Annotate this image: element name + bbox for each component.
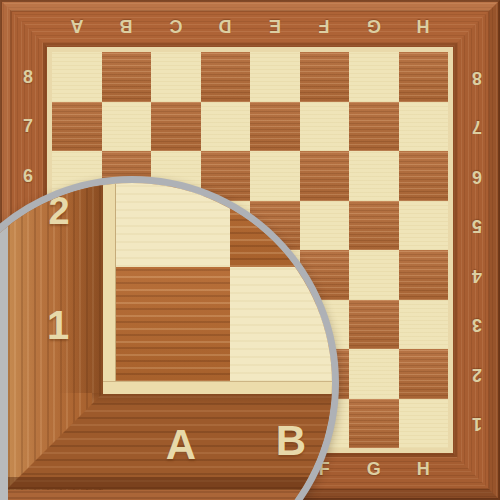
square-b7 — [102, 102, 152, 152]
rank-label-right-5: 5 — [472, 215, 482, 236]
inset-inlay-horizontal — [103, 381, 332, 394]
photo-background — [0, 183, 8, 500]
square-f5 — [300, 201, 350, 251]
square-e7 — [250, 102, 300, 152]
inset-inlay-vertical — [103, 183, 116, 393]
rank-label-left-6: 6 — [23, 165, 33, 186]
square-g4 — [349, 250, 399, 300]
square-h6 — [399, 151, 449, 201]
square-h7 — [399, 102, 449, 152]
square-f6 — [300, 151, 350, 201]
inset-rank-label-2: 2 — [48, 190, 69, 233]
square-g8 — [349, 52, 399, 102]
square-c8 — [151, 52, 201, 102]
square-g7 — [349, 102, 399, 152]
rank-label-right-8: 8 — [472, 66, 482, 87]
inset-board-edge-shadow — [8, 477, 332, 490]
square-g3 — [349, 300, 399, 350]
inset-file-label-a: A — [166, 421, 196, 469]
square-f8 — [300, 52, 350, 102]
square-b8 — [102, 52, 152, 102]
inset-file-label-b: B — [276, 417, 306, 465]
file-label-top-f: F — [319, 15, 330, 36]
inset-board-side-face — [8, 490, 332, 500]
file-label-top-a: A — [70, 15, 83, 36]
square-a7 — [52, 102, 102, 152]
inset-rank-label-1: 1 — [47, 303, 69, 348]
square-e8 — [250, 52, 300, 102]
rank-label-left-8: 8 — [23, 66, 33, 87]
square-e6 — [250, 151, 300, 201]
square-g5 — [349, 201, 399, 251]
square-h5 — [399, 201, 449, 251]
square-f7 — [300, 102, 350, 152]
rank-label-right-4: 4 — [472, 264, 482, 285]
file-label-top-b: B — [120, 15, 133, 36]
square-g2 — [349, 349, 399, 399]
square-h2 — [399, 349, 449, 399]
rank-label-right-6: 6 — [472, 165, 482, 186]
square-d7 — [201, 102, 251, 152]
inset-groove-horizontal — [92, 393, 332, 404]
file-label-bottom-g: G — [367, 459, 381, 480]
square-d8 — [201, 52, 251, 102]
square-h8 — [399, 52, 449, 102]
square-a8 — [52, 52, 102, 102]
square-h1 — [399, 399, 449, 449]
square-h3 — [399, 300, 449, 350]
inset-square-a1 — [115, 267, 230, 382]
file-label-top-h: H — [417, 15, 430, 36]
square-h4 — [399, 250, 449, 300]
rank-label-right-7: 7 — [472, 116, 482, 137]
file-label-top-e: E — [269, 15, 281, 36]
square-g6 — [349, 151, 399, 201]
rank-label-left-7: 7 — [23, 116, 33, 137]
rank-label-right-2: 2 — [472, 363, 482, 384]
square-c7 — [151, 102, 201, 152]
chess-board-photo: ABCDEFGHABCDEFGH8765432187654321 2 1 A B — [0, 0, 500, 500]
square-g1 — [349, 399, 399, 449]
file-label-bottom-h: H — [417, 459, 430, 480]
rank-label-right-3: 3 — [472, 314, 482, 335]
file-label-top-g: G — [367, 15, 381, 36]
file-label-top-c: C — [169, 15, 182, 36]
rank-label-right-1: 1 — [472, 413, 482, 434]
file-label-top-d: D — [219, 15, 232, 36]
